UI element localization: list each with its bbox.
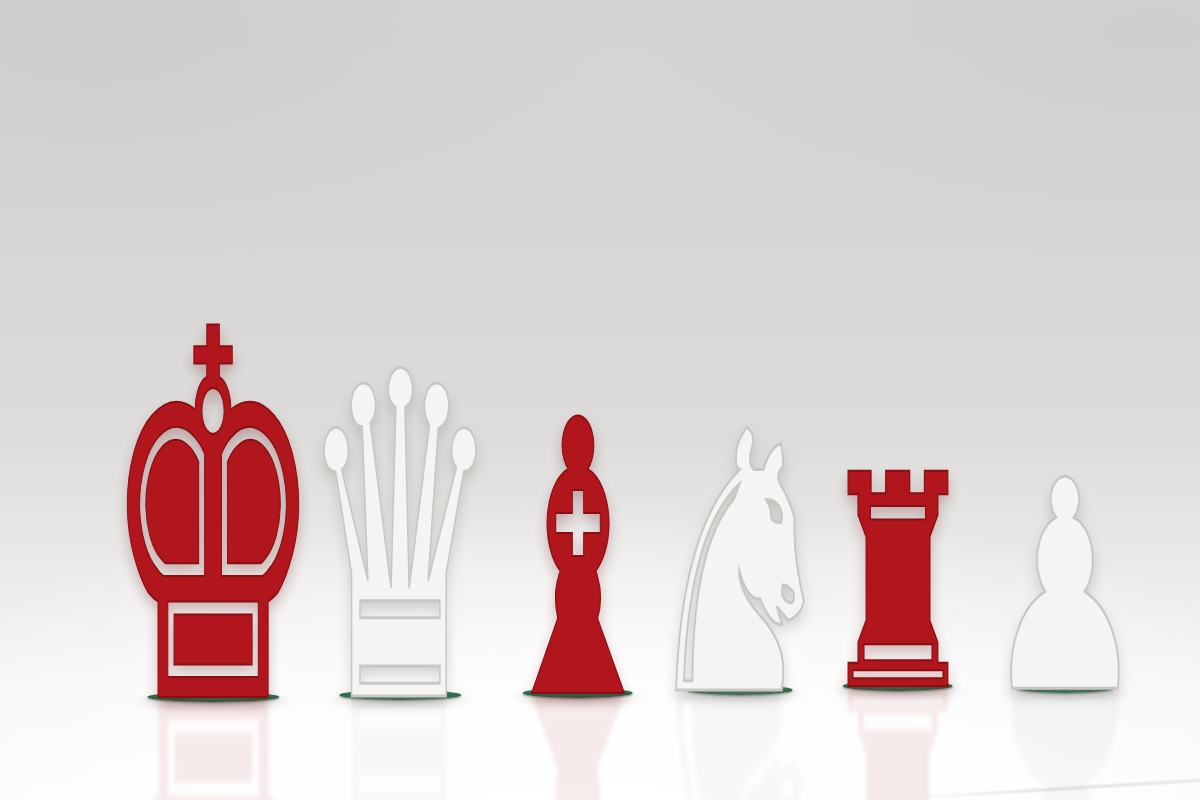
white-pawn-icon: ♟ bbox=[984, 443, 1145, 733]
chess-pieces-photo: ♚ ♚ ♛ ♛ ♝ ♝ ♞ ♞ ♜ ♜ ♟ ♟ bbox=[0, 0, 1200, 800]
white-pawn-piece: ♟ ♟ bbox=[935, 443, 1195, 688]
table-edge-line bbox=[908, 779, 1200, 799]
